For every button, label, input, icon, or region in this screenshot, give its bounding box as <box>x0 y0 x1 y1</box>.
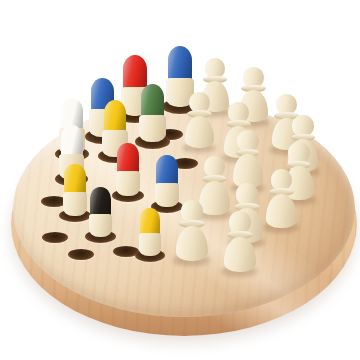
pawn-body <box>266 194 298 228</box>
stick-body <box>63 192 87 216</box>
stick-cap-green <box>141 84 165 118</box>
memory-stick-black[interactable] <box>89 187 112 237</box>
memory-stick-yellow[interactable] <box>139 208 161 256</box>
empty-hole[interactable] <box>42 232 68 243</box>
stick-body <box>116 171 140 196</box>
wooden-pawn[interactable] <box>175 200 209 261</box>
wooden-pawn[interactable] <box>265 169 298 228</box>
pawn-body <box>185 116 215 148</box>
stick-cap-yellow <box>104 100 127 133</box>
wooden-pawn[interactable] <box>184 92 215 148</box>
stick-body <box>139 115 166 142</box>
wooden-pawn[interactable] <box>232 130 264 188</box>
empty-hole[interactable] <box>68 249 94 260</box>
stick-body <box>89 214 112 238</box>
stick-cap-blue <box>168 46 193 81</box>
stick-cap-black <box>90 187 110 216</box>
memory-stick-green[interactable] <box>139 84 166 142</box>
memory-stick-yellow[interactable] <box>63 164 87 216</box>
memory-stick-red[interactable] <box>116 143 140 196</box>
stick-body <box>139 233 161 256</box>
stick-cap-yellow <box>64 164 85 194</box>
pawn-body <box>176 226 209 261</box>
stick-cap-yellow <box>140 208 159 236</box>
memory-chess-scene <box>0 0 360 360</box>
wooden-pawn[interactable] <box>223 211 257 272</box>
stick-cap-white <box>61 125 83 157</box>
stick-cap-red <box>117 143 138 174</box>
pawn-body <box>224 237 257 272</box>
stick-cap-blue <box>156 155 177 185</box>
